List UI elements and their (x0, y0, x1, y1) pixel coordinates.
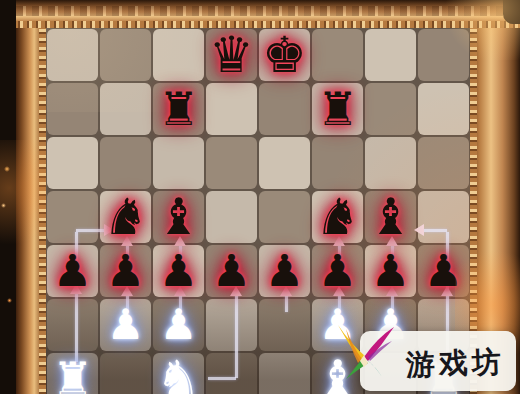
square-d3[interactable] (205, 298, 258, 352)
square-tile (259, 191, 310, 243)
square-e7[interactable] (258, 82, 311, 136)
square-tile (153, 29, 204, 81)
square-tile (418, 83, 469, 135)
black-queen-d8[interactable]: ♛ (205, 28, 258, 82)
background-left-dark (0, 0, 16, 394)
square-d6[interactable] (205, 136, 258, 190)
board-frame-left (15, 0, 46, 394)
square-g6[interactable] (364, 136, 417, 190)
black-pawn-f4[interactable]: ♟ (311, 244, 364, 298)
background-top-right-dark (503, 0, 520, 24)
black-bishop-g5[interactable]: ♝ (364, 190, 417, 244)
square-d7[interactable] (205, 82, 258, 136)
square-d5[interactable] (205, 190, 258, 244)
square-h7[interactable] (417, 82, 470, 136)
frame-bead-strip (39, 0, 46, 394)
square-d2[interactable] (205, 352, 258, 394)
square-e2[interactable] (258, 352, 311, 394)
square-tile (365, 83, 416, 135)
black-knight-f5[interactable]: ♞ (311, 190, 364, 244)
square-tile (47, 299, 98, 351)
square-tile (206, 137, 257, 189)
square-tile (206, 191, 257, 243)
square-tile (47, 137, 98, 189)
square-tile (206, 353, 257, 394)
board-frame-top (0, 0, 520, 28)
square-tile (312, 29, 363, 81)
game-screenshot: ♛♚♜♜♞♝♞♝♟♟♟♟♟♟♟♟♟♟♟♟♜♞♝♜ 游戏坊 (0, 0, 520, 394)
square-a8[interactable] (46, 28, 99, 82)
watermark: 游戏坊 (360, 331, 516, 391)
white-pawn-c3[interactable]: ♟ (152, 298, 205, 352)
square-tile (259, 299, 310, 351)
square-b8[interactable] (99, 28, 152, 82)
black-pawn-e4[interactable]: ♟ (258, 244, 311, 298)
square-tile (153, 137, 204, 189)
black-bishop-c5[interactable]: ♝ (152, 190, 205, 244)
square-tile (100, 353, 151, 394)
watermark-text: 游戏坊 (405, 342, 505, 385)
feather-logo-icon (322, 319, 408, 383)
black-pawn-c4[interactable]: ♟ (152, 244, 205, 298)
square-g7[interactable] (364, 82, 417, 136)
square-e3[interactable] (258, 298, 311, 352)
white-knight-c2[interactable]: ♞ (152, 352, 205, 394)
square-g8[interactable] (364, 28, 417, 82)
square-tile (100, 83, 151, 135)
black-king-e8[interactable]: ♚ (258, 28, 311, 82)
square-f8[interactable] (311, 28, 364, 82)
square-a3[interactable] (46, 298, 99, 352)
frame-bead-strip (0, 21, 520, 28)
square-c8[interactable] (152, 28, 205, 82)
square-tile (206, 83, 257, 135)
square-b7[interactable] (99, 82, 152, 136)
square-f6[interactable] (311, 136, 364, 190)
square-tile (100, 137, 151, 189)
square-tile (418, 29, 469, 81)
square-a7[interactable] (46, 82, 99, 136)
square-tile (47, 83, 98, 135)
square-tile (47, 191, 98, 243)
square-e6[interactable] (258, 136, 311, 190)
square-c6[interactable] (152, 136, 205, 190)
square-tile (259, 137, 310, 189)
square-a6[interactable] (46, 136, 99, 190)
white-rook-a2[interactable]: ♜ (46, 352, 99, 394)
square-tile (259, 353, 310, 394)
black-knight-b5[interactable]: ♞ (99, 190, 152, 244)
square-h6[interactable] (417, 136, 470, 190)
square-tile (206, 299, 257, 351)
black-rook-c7[interactable]: ♜ (152, 82, 205, 136)
black-pawn-b4[interactable]: ♟ (99, 244, 152, 298)
square-tile (312, 137, 363, 189)
square-a5[interactable] (46, 190, 99, 244)
black-rook-f7[interactable]: ♜ (311, 82, 364, 136)
black-pawn-h4[interactable]: ♟ (417, 244, 470, 298)
white-pawn-b3[interactable]: ♟ (99, 298, 152, 352)
square-tile (365, 137, 416, 189)
black-pawn-d4[interactable]: ♟ (205, 244, 258, 298)
square-tile (365, 29, 416, 81)
square-e5[interactable] (258, 190, 311, 244)
square-tile (47, 29, 98, 81)
frame-carving (0, 6, 520, 16)
square-h5[interactable] (417, 190, 470, 244)
square-b6[interactable] (99, 136, 152, 190)
black-pawn-a4[interactable]: ♟ (46, 244, 99, 298)
square-tile (418, 137, 469, 189)
square-h8[interactable] (417, 28, 470, 82)
square-tile (418, 191, 469, 243)
square-tile (100, 29, 151, 81)
square-b2[interactable] (99, 352, 152, 394)
black-pawn-g4[interactable]: ♟ (364, 244, 417, 298)
square-tile (259, 83, 310, 135)
